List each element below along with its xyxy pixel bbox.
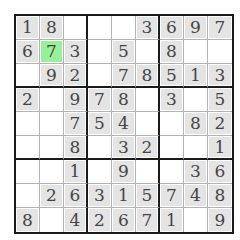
cell-r7c6[interactable]: [136, 160, 160, 184]
cell-r6c6[interactable]: 2: [136, 136, 160, 160]
cell-r5c6[interactable]: [136, 112, 160, 136]
cell-r4c9[interactable]: 5: [208, 88, 232, 112]
cell-r1c9[interactable]: 7: [208, 16, 232, 40]
cell-r8c5[interactable]: 1: [112, 184, 136, 208]
cell-r6c3[interactable]: 8: [64, 136, 88, 160]
cell-r3c8[interactable]: 1: [184, 64, 208, 88]
cell-r1c2[interactable]: 8: [40, 16, 64, 40]
cell-r6c9[interactable]: 1: [208, 136, 232, 160]
cell-r3c5[interactable]: 7: [112, 64, 136, 88]
cell-r1c1[interactable]: 1: [16, 16, 40, 40]
cell-r4c1[interactable]: 2: [16, 88, 40, 112]
cell-r7c3[interactable]: 1: [64, 160, 88, 184]
cell-r7c9[interactable]: 6: [208, 160, 232, 184]
cell-r9c5[interactable]: 6: [112, 208, 136, 232]
cell-r2c7[interactable]: 8: [160, 40, 184, 64]
cell-r2c2[interactable]: 7: [40, 40, 64, 64]
cell-r5c2[interactable]: [40, 112, 64, 136]
cell-r8c2[interactable]: 2: [40, 184, 64, 208]
cell-r6c8[interactable]: [184, 136, 208, 160]
cell-r4c3[interactable]: 9: [64, 88, 88, 112]
cell-r6c7[interactable]: [160, 136, 184, 160]
cell-r5c5[interactable]: 4: [112, 112, 136, 136]
cell-r1c3[interactable]: [64, 16, 88, 40]
cell-r2c5[interactable]: 5: [112, 40, 136, 64]
cell-r7c2[interactable]: [40, 160, 64, 184]
cell-r5c9[interactable]: 2: [208, 112, 232, 136]
cell-r6c4[interactable]: [88, 136, 112, 160]
cell-r2c9[interactable]: [208, 40, 232, 64]
cell-r9c9[interactable]: 9: [208, 208, 232, 232]
cell-r1c7[interactable]: 6: [160, 16, 184, 40]
cell-r4c4[interactable]: 7: [88, 88, 112, 112]
cell-r8c1[interactable]: [16, 184, 40, 208]
cell-r5c8[interactable]: 8: [184, 112, 208, 136]
cell-r1c8[interactable]: 9: [184, 16, 208, 40]
cell-r1c4[interactable]: [88, 16, 112, 40]
cell-r9c3[interactable]: 4: [64, 208, 88, 232]
cell-r3c7[interactable]: 5: [160, 64, 184, 88]
cell-r9c4[interactable]: 2: [88, 208, 112, 232]
cell-r3c4[interactable]: [88, 64, 112, 88]
cell-r6c2[interactable]: [40, 136, 64, 160]
cell-r8c3[interactable]: 6: [64, 184, 88, 208]
cell-r3c9[interactable]: 3: [208, 64, 232, 88]
cell-r4c2[interactable]: [40, 88, 64, 112]
cell-r5c3[interactable]: 7: [64, 112, 88, 136]
cell-r9c1[interactable]: 8: [16, 208, 40, 232]
cell-r2c8[interactable]: [184, 40, 208, 64]
cell-r7c1[interactable]: [16, 160, 40, 184]
cell-r6c1[interactable]: [16, 136, 40, 160]
cell-r7c7[interactable]: [160, 160, 184, 184]
cell-r9c2[interactable]: [40, 208, 64, 232]
cell-r8c9[interactable]: 8: [208, 184, 232, 208]
cell-r7c5[interactable]: 9: [112, 160, 136, 184]
cell-r6c5[interactable]: 3: [112, 136, 136, 160]
cell-r5c7[interactable]: [160, 112, 184, 136]
cell-r9c6[interactable]: 7: [136, 208, 160, 232]
cell-r5c4[interactable]: 5: [88, 112, 112, 136]
cell-r3c6[interactable]: 8: [136, 64, 160, 88]
cell-r4c6[interactable]: [136, 88, 160, 112]
cell-r3c1[interactable]: [16, 64, 40, 88]
sudoku-page: 1836976735892785132978357548283211936263…: [0, 0, 240, 240]
cell-r7c8[interactable]: 3: [184, 160, 208, 184]
sudoku-board: 1836976735892785132978357548283211936263…: [14, 14, 234, 234]
cell-r8c7[interactable]: 7: [160, 184, 184, 208]
cell-r2c4[interactable]: [88, 40, 112, 64]
cell-r8c4[interactable]: 3: [88, 184, 112, 208]
cell-r1c6[interactable]: 3: [136, 16, 160, 40]
cell-r1c5[interactable]: [112, 16, 136, 40]
cell-r4c5[interactable]: 8: [112, 88, 136, 112]
cell-r8c6[interactable]: 5: [136, 184, 160, 208]
cell-r9c7[interactable]: 1: [160, 208, 184, 232]
cell-r4c8[interactable]: [184, 88, 208, 112]
cell-r3c2[interactable]: 9: [40, 64, 64, 88]
cell-r7c4[interactable]: [88, 160, 112, 184]
cell-r2c1[interactable]: 6: [16, 40, 40, 64]
cell-r3c3[interactable]: 2: [64, 64, 88, 88]
cell-r5c1[interactable]: [16, 112, 40, 136]
cell-r8c8[interactable]: 4: [184, 184, 208, 208]
cell-r9c8[interactable]: [184, 208, 208, 232]
cell-r2c3[interactable]: 3: [64, 40, 88, 64]
cell-r4c7[interactable]: 3: [160, 88, 184, 112]
cell-r2c6[interactable]: [136, 40, 160, 64]
